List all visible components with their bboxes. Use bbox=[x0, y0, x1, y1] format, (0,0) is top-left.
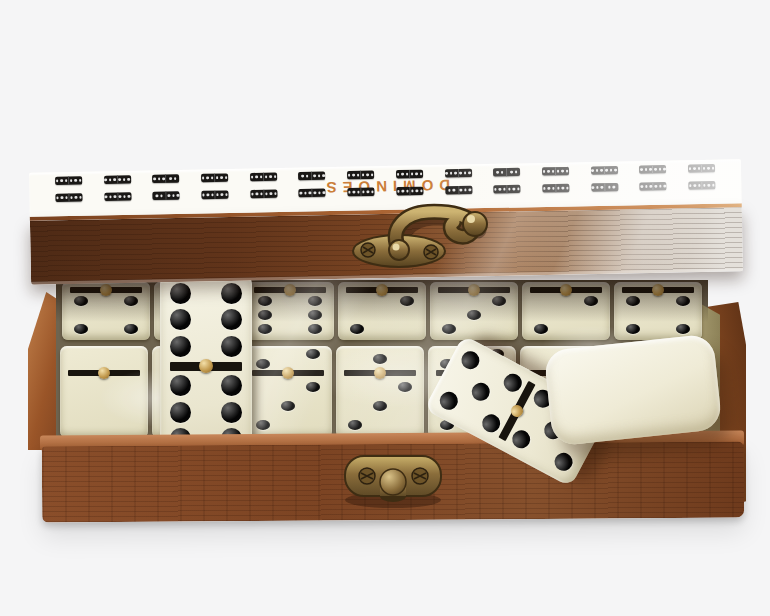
printed-pip bbox=[265, 176, 268, 178]
printed-pip bbox=[610, 169, 613, 171]
printed-pip bbox=[712, 184, 715, 186]
domino-divider bbox=[530, 287, 602, 293]
pip bbox=[500, 371, 524, 395]
domino-divider bbox=[438, 287, 510, 293]
printed-pip bbox=[561, 170, 564, 172]
printed-pip bbox=[274, 192, 277, 194]
printed-pip bbox=[614, 169, 617, 171]
printed-pip bbox=[547, 187, 550, 189]
pip bbox=[170, 336, 191, 357]
printed-pip bbox=[450, 172, 453, 174]
printed-domino bbox=[542, 184, 569, 193]
pip bbox=[258, 310, 272, 320]
printed-pip bbox=[547, 170, 550, 172]
printed-pip bbox=[260, 193, 263, 195]
domino-divider bbox=[170, 362, 242, 371]
printed-pip bbox=[543, 170, 546, 172]
printed-domino-half bbox=[55, 193, 69, 202]
printed-pip bbox=[225, 193, 228, 195]
pip bbox=[676, 324, 690, 334]
printed-pip bbox=[371, 174, 374, 176]
printed-pip bbox=[105, 179, 108, 181]
standing-domino-6-6 bbox=[160, 274, 252, 458]
pip bbox=[467, 310, 481, 320]
domino-divider bbox=[346, 287, 418, 293]
printed-pip bbox=[552, 187, 555, 189]
pip bbox=[469, 380, 493, 404]
printed-pip bbox=[322, 175, 325, 177]
printed-pip bbox=[79, 196, 82, 198]
printed-domino-half bbox=[605, 183, 618, 192]
pip bbox=[256, 359, 270, 369]
printed-pip bbox=[225, 176, 228, 178]
printed-pip bbox=[265, 193, 268, 195]
printed-pip bbox=[508, 188, 511, 190]
loose-domino-face-down bbox=[543, 333, 722, 446]
printed-pip bbox=[160, 195, 163, 197]
printed-pip bbox=[659, 185, 662, 187]
printed-pip bbox=[306, 175, 309, 177]
printed-domino-half bbox=[640, 182, 654, 191]
printed-pip bbox=[352, 174, 355, 176]
pip bbox=[306, 382, 320, 392]
pip bbox=[308, 324, 322, 334]
printed-pip bbox=[119, 178, 122, 180]
pip bbox=[373, 401, 387, 411]
printed-pip bbox=[654, 168, 657, 170]
pip bbox=[626, 296, 640, 306]
printed-pip bbox=[172, 194, 175, 196]
printed-domino-half bbox=[118, 192, 131, 201]
printed-pip bbox=[156, 195, 159, 197]
printed-pip bbox=[174, 177, 177, 179]
pip bbox=[170, 375, 191, 396]
domino-half bbox=[528, 294, 604, 336]
printed-pip bbox=[169, 177, 172, 179]
printed-pip bbox=[216, 177, 219, 179]
pip bbox=[492, 296, 506, 306]
printed-domino-half bbox=[313, 189, 326, 198]
domino-tile-back-row bbox=[246, 282, 334, 340]
printed-pip bbox=[460, 189, 463, 191]
printed-pip bbox=[79, 179, 82, 181]
printed-pip bbox=[318, 192, 321, 194]
printed-pip bbox=[123, 195, 126, 197]
printed-domino-half bbox=[542, 184, 556, 193]
printed-pip bbox=[561, 187, 564, 189]
brass-spinner bbox=[98, 367, 110, 379]
pip bbox=[509, 427, 533, 451]
printed-pip bbox=[207, 194, 210, 196]
pip bbox=[221, 283, 242, 304]
domino-half bbox=[66, 349, 142, 369]
printed-pip bbox=[464, 189, 467, 191]
printed-pip bbox=[251, 193, 254, 195]
printed-pip bbox=[114, 196, 117, 198]
printed-domino bbox=[299, 189, 326, 198]
printed-pip bbox=[420, 173, 423, 175]
domino-divider bbox=[252, 370, 324, 376]
printed-pip bbox=[251, 176, 254, 178]
printed-pip bbox=[591, 169, 594, 171]
pip bbox=[256, 420, 270, 430]
domino-divider bbox=[68, 370, 140, 376]
printed-pip bbox=[109, 179, 112, 181]
printed-pip bbox=[552, 170, 555, 172]
pip bbox=[124, 296, 138, 306]
printed-pip bbox=[119, 195, 122, 197]
printed-domino-half bbox=[702, 181, 715, 190]
pip bbox=[552, 449, 576, 473]
printed-domino-half bbox=[688, 181, 702, 190]
printed-pip bbox=[712, 167, 715, 169]
pip bbox=[258, 296, 272, 306]
domino-tile-front-row bbox=[60, 346, 148, 438]
domino-divider bbox=[70, 287, 142, 293]
pip bbox=[124, 324, 138, 334]
pip bbox=[534, 324, 548, 334]
printed-domino-half bbox=[69, 193, 82, 202]
printed-pip bbox=[513, 188, 516, 190]
pip bbox=[442, 324, 456, 334]
domino-divider bbox=[344, 370, 416, 376]
printed-pip bbox=[348, 174, 351, 176]
printed-pip bbox=[65, 196, 68, 198]
domino-half bbox=[342, 377, 418, 435]
printed-domino bbox=[640, 182, 667, 191]
domino-tile-back-row bbox=[338, 282, 426, 340]
brass-swing-hook-clasp bbox=[332, 192, 502, 282]
printed-pip bbox=[56, 180, 59, 182]
printed-pip bbox=[469, 189, 472, 191]
pip bbox=[74, 296, 88, 306]
pip bbox=[437, 388, 461, 412]
printed-pip bbox=[445, 172, 448, 174]
printed-pip bbox=[557, 170, 560, 172]
domino-half bbox=[250, 349, 326, 369]
printed-pip bbox=[566, 187, 569, 189]
printed-domino-half bbox=[153, 192, 167, 201]
printed-pip bbox=[596, 169, 599, 171]
printed-pip bbox=[689, 167, 692, 169]
printed-pip bbox=[596, 186, 599, 188]
printed-pip bbox=[640, 185, 643, 187]
printed-domino-half bbox=[201, 191, 215, 200]
printed-pip bbox=[397, 173, 400, 175]
printed-pip bbox=[694, 184, 697, 186]
printed-pip bbox=[168, 194, 171, 196]
printed-pip bbox=[177, 194, 180, 196]
domino-tile-back-row bbox=[614, 282, 702, 340]
printed-pip bbox=[708, 184, 711, 186]
printed-pip bbox=[323, 192, 326, 194]
pip bbox=[398, 382, 412, 392]
printed-pip bbox=[206, 177, 209, 179]
printed-pip bbox=[454, 172, 457, 174]
domino-divider bbox=[622, 287, 694, 293]
printed-domino-half bbox=[215, 190, 228, 199]
pip bbox=[221, 336, 242, 357]
domino-divider bbox=[254, 287, 326, 293]
printed-pip bbox=[566, 170, 569, 172]
printed-pip bbox=[654, 185, 657, 187]
printed-pip bbox=[468, 172, 471, 174]
printed-pip bbox=[274, 175, 277, 177]
printed-domino-half bbox=[507, 185, 520, 194]
pip bbox=[676, 296, 690, 306]
domino-half bbox=[250, 377, 326, 435]
pip bbox=[458, 348, 482, 372]
printed-pip bbox=[162, 178, 165, 180]
domino-tile-back-row bbox=[62, 282, 150, 340]
domino-tile-back-row bbox=[430, 282, 518, 340]
brass-spinner bbox=[652, 284, 664, 296]
printed-pip bbox=[501, 171, 504, 173]
printed-pip bbox=[707, 167, 710, 169]
hook-pivot-highlight bbox=[393, 244, 400, 251]
pip bbox=[626, 324, 640, 334]
printed-pip bbox=[406, 173, 409, 175]
printed-domino bbox=[201, 190, 228, 199]
hook-ball-end bbox=[463, 212, 487, 236]
domino-tile-front-row bbox=[336, 346, 424, 438]
printed-pip bbox=[663, 168, 666, 170]
brass-spinner bbox=[282, 367, 294, 379]
printed-domino bbox=[591, 183, 618, 192]
catch-stud bbox=[380, 469, 406, 495]
printed-pip bbox=[689, 184, 692, 186]
pip bbox=[74, 324, 88, 334]
printed-pip bbox=[663, 185, 666, 187]
printed-pip bbox=[61, 197, 64, 199]
printed-pip bbox=[309, 192, 312, 194]
printed-domino-half bbox=[556, 184, 569, 193]
printed-pip bbox=[255, 176, 258, 178]
pip bbox=[348, 420, 362, 430]
printed-pip bbox=[649, 168, 652, 170]
printed-pip bbox=[65, 179, 68, 181]
pip bbox=[170, 283, 191, 304]
printed-pip bbox=[601, 186, 604, 188]
pip bbox=[170, 309, 191, 330]
printed-pip bbox=[221, 193, 224, 195]
printed-pip bbox=[300, 192, 303, 194]
printed-domino bbox=[55, 193, 82, 202]
pip bbox=[221, 375, 242, 396]
printed-pip bbox=[211, 194, 214, 196]
pip bbox=[479, 411, 503, 435]
pip bbox=[258, 324, 272, 334]
printed-pip bbox=[703, 184, 706, 186]
pip bbox=[306, 349, 320, 359]
printed-pip bbox=[600, 169, 603, 171]
printed-pip bbox=[557, 187, 560, 189]
printed-pip bbox=[70, 196, 73, 198]
printed-domino bbox=[688, 181, 715, 190]
printed-pip bbox=[499, 188, 502, 190]
pip bbox=[170, 402, 191, 423]
printed-pip bbox=[304, 192, 307, 194]
printed-pip bbox=[75, 196, 78, 198]
printed-pip bbox=[153, 178, 156, 180]
printed-pip bbox=[313, 175, 316, 177]
pip bbox=[221, 309, 242, 330]
printed-domino-half bbox=[299, 189, 313, 198]
pip bbox=[281, 401, 295, 411]
printed-domino-half bbox=[167, 191, 180, 200]
brass-spinner bbox=[376, 284, 388, 296]
printed-domino bbox=[104, 192, 131, 201]
printed-pip bbox=[693, 167, 696, 169]
domino-half bbox=[66, 377, 142, 435]
printed-pip bbox=[411, 173, 414, 175]
printed-pip bbox=[70, 179, 73, 181]
pip bbox=[584, 296, 598, 306]
printed-pip bbox=[649, 185, 652, 187]
domino-half bbox=[252, 294, 328, 336]
printed-pip bbox=[302, 175, 305, 177]
printed-pip bbox=[415, 173, 418, 175]
printed-pip bbox=[128, 195, 131, 197]
printed-pip bbox=[608, 186, 611, 188]
printed-pip bbox=[60, 180, 63, 182]
printed-pip bbox=[494, 188, 497, 190]
printed-pip bbox=[56, 197, 59, 199]
printed-pip bbox=[659, 168, 662, 170]
printed-pip bbox=[645, 168, 648, 170]
printed-pip bbox=[515, 171, 518, 173]
printed-pip bbox=[211, 177, 214, 179]
domino-tile-front-row bbox=[244, 346, 332, 438]
printed-pip bbox=[459, 172, 462, 174]
printed-pip bbox=[158, 178, 161, 180]
printed-domino-half bbox=[264, 189, 277, 198]
printed-pip bbox=[640, 168, 643, 170]
printed-pip bbox=[464, 172, 467, 174]
printed-domino bbox=[250, 189, 277, 198]
brass-spinner bbox=[284, 284, 296, 296]
printed-pip bbox=[357, 174, 360, 176]
printed-pip bbox=[645, 185, 648, 187]
pip bbox=[373, 354, 387, 364]
brass-spinner bbox=[468, 284, 480, 296]
printed-pip bbox=[517, 188, 520, 190]
product-photo-stage: DOMINOES bbox=[0, 0, 770, 616]
printed-domino-half bbox=[104, 192, 118, 201]
pip bbox=[221, 402, 242, 423]
domino-half bbox=[342, 349, 418, 369]
printed-pip bbox=[592, 186, 595, 188]
printed-domino bbox=[153, 191, 180, 200]
printed-pip bbox=[269, 176, 272, 178]
printed-pip bbox=[109, 196, 112, 198]
pip bbox=[350, 324, 364, 334]
printed-pip bbox=[703, 167, 706, 169]
printed-pip bbox=[496, 171, 499, 173]
printed-pip bbox=[114, 179, 117, 181]
printed-domino-half bbox=[250, 190, 264, 199]
domino-half bbox=[620, 294, 696, 336]
printed-pip bbox=[612, 186, 615, 188]
hook-pivot bbox=[389, 240, 409, 260]
domino-half bbox=[344, 294, 420, 336]
printed-pip bbox=[105, 196, 108, 198]
printed-pip bbox=[216, 194, 219, 196]
pip bbox=[308, 310, 322, 320]
tray-back-row bbox=[62, 282, 702, 340]
printed-pip bbox=[698, 184, 701, 186]
printed-pip bbox=[128, 178, 131, 180]
brass-spinner bbox=[560, 284, 572, 296]
printed-pip bbox=[202, 177, 205, 179]
printed-pip bbox=[255, 193, 258, 195]
printed-pip bbox=[543, 187, 546, 189]
printed-pip bbox=[503, 188, 506, 190]
pip bbox=[400, 296, 414, 306]
printed-pip bbox=[123, 178, 126, 180]
printed-pip bbox=[362, 174, 365, 176]
printed-pip bbox=[74, 179, 77, 181]
printed-pip bbox=[318, 175, 321, 177]
domino-half bbox=[68, 294, 144, 336]
brass-catch-plate bbox=[320, 440, 470, 515]
hook-ball-highlight bbox=[467, 215, 475, 223]
printed-pip bbox=[220, 176, 223, 178]
printed-pip bbox=[401, 173, 404, 175]
printed-pip bbox=[366, 174, 369, 176]
printed-pip bbox=[698, 167, 701, 169]
printed-pip bbox=[314, 192, 317, 194]
printed-pip bbox=[260, 176, 263, 178]
printed-pip bbox=[510, 171, 513, 173]
printed-pip bbox=[202, 194, 205, 196]
brass-spinner bbox=[199, 359, 213, 373]
pip bbox=[308, 296, 322, 306]
printed-pip bbox=[269, 193, 272, 195]
brass-spinner bbox=[100, 284, 112, 296]
printed-pip bbox=[605, 169, 608, 171]
brass-spinner bbox=[374, 367, 386, 379]
printed-domino-half bbox=[591, 183, 605, 192]
domino-half bbox=[168, 280, 244, 360]
domino-half bbox=[436, 294, 512, 336]
domino-tile-back-row bbox=[522, 282, 610, 340]
printed-domino-half bbox=[654, 182, 667, 191]
